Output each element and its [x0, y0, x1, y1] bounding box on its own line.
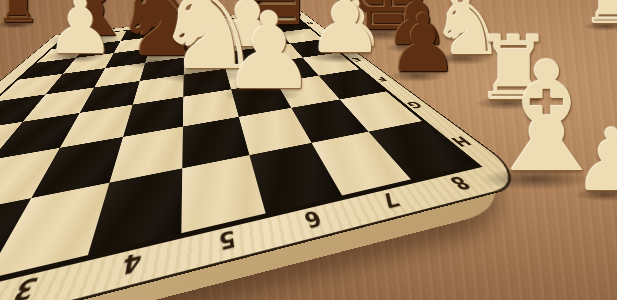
- file-label-right-B: B: [303, 21, 315, 24]
- rank-label-bottom-7: 7: [371, 188, 408, 212]
- black-pawn-on-table: ♟: [385, 0, 450, 55]
- white-rook-on-table: ♜: [583, 0, 617, 32]
- board-grid: [0, 12, 483, 300]
- table-surface: 1122334455667788ABCDEFGH ♟♛♟♟♞♞♝♟♜♝♚♟♟♟♞…: [0, 0, 617, 300]
- rank-label-bottom-8: 8: [440, 172, 479, 193]
- white-knight-on-table: ♞: [431, 0, 505, 67]
- rank-label-bottom-6: 6: [295, 205, 330, 232]
- file-label-right-C: C: [315, 31, 329, 35]
- black-pawn-on-table: ♟: [387, 4, 459, 84]
- black-king-on-table: ♚: [346, 0, 430, 44]
- rank-label-bottom-5: 5: [212, 225, 244, 255]
- black-rook-on-table: ♜: [0, 0, 40, 30]
- file-label-right-A: A: [294, 13, 305, 16]
- white-rook-on-table: ♜: [475, 25, 554, 113]
- white-pawn-on-table: ♟: [573, 117, 617, 203]
